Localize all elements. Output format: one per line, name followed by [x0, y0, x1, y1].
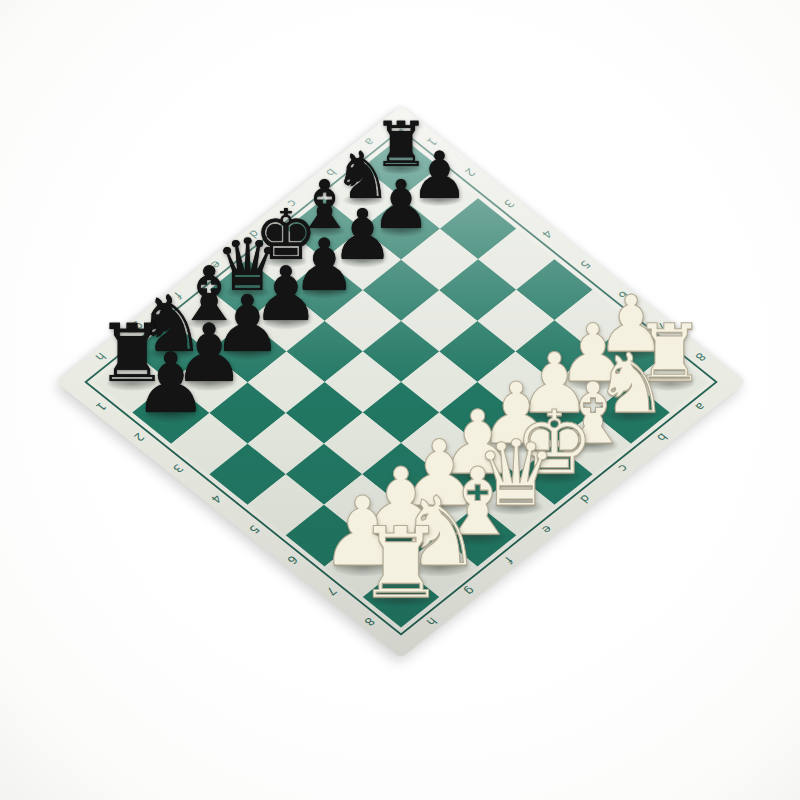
photo-background: 11aa22bb33cc44dd55ee66ff77gg88hh ♜♞♝♚♛♝♞… [0, 0, 800, 800]
piece-white-rook-h8[interactable]: ♜ [357, 514, 445, 612]
piece-black-pawn-h2[interactable]: ♟ [134, 342, 208, 425]
